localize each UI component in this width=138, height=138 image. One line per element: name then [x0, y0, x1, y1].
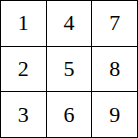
- cell-r2c3[interactable]: 8: [92, 47, 137, 92]
- cell-r3c3[interactable]: 9: [92, 92, 137, 137]
- cell-r1c2[interactable]: 4: [47, 1, 92, 46]
- cell-r1c1[interactable]: 1: [1, 1, 46, 46]
- cell-r2c1[interactable]: 2: [1, 47, 46, 92]
- cell-r1c3[interactable]: 7: [92, 1, 137, 46]
- cell-r3c2[interactable]: 6: [47, 92, 92, 137]
- cell-r3c1[interactable]: 3: [1, 92, 46, 137]
- cell-r2c2[interactable]: 5: [47, 47, 92, 92]
- number-grid-board: 1 4 7 2 5 8 3 6 9: [0, 0, 138, 138]
